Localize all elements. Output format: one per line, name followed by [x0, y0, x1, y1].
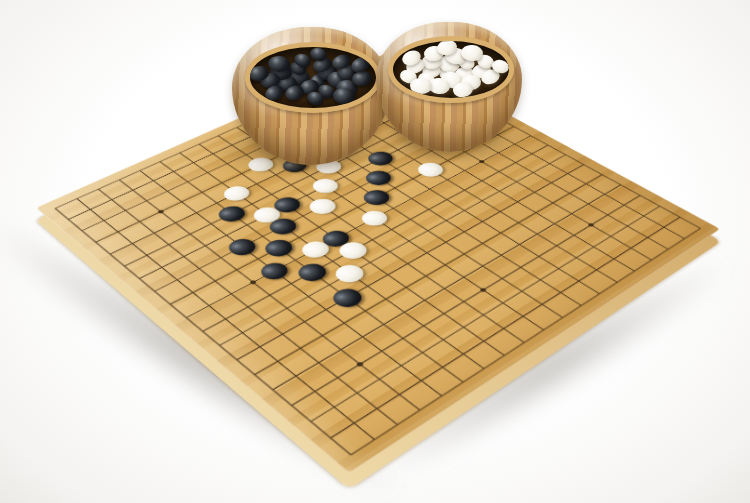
black-bowl-stone: [332, 87, 354, 104]
star-point: [356, 361, 365, 367]
black-stone: [317, 228, 354, 250]
star-point: [587, 223, 595, 228]
black-stone: [265, 215, 302, 237]
white-stone: [334, 239, 372, 262]
white-stone: [331, 262, 370, 286]
black-stone: [327, 285, 367, 310]
star-point: [479, 287, 487, 292]
go-scene: [0, 0, 750, 503]
black-bowl-opening: [245, 42, 381, 113]
black-stone: [293, 260, 332, 284]
black-stone-bowl: [232, 27, 390, 165]
white-bowl-stone: [410, 78, 432, 95]
black-stone: [260, 237, 298, 260]
star-point: [249, 280, 257, 285]
white-stone-bowl: [376, 22, 522, 152]
black-stone: [223, 236, 260, 259]
black-stone: [255, 259, 293, 283]
white-stone: [297, 238, 335, 261]
